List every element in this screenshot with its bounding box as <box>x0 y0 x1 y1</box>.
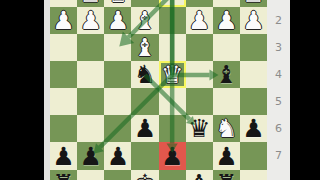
piece-black-pawn[interactable]: ♟ <box>242 115 264 142</box>
square-d5[interactable] <box>159 88 186 115</box>
square-b5[interactable] <box>213 88 240 115</box>
square-b2[interactable]: ♟ <box>213 7 240 34</box>
square-g8[interactable] <box>77 170 104 180</box>
piece-black-queen[interactable]: ♛ <box>188 115 210 142</box>
square-b8[interactable]: ♜ <box>213 170 240 180</box>
piece-black-rook[interactable]: ♜ <box>52 170 74 180</box>
piece-white-bishop[interactable]: ♝ <box>134 34 156 61</box>
square-b7[interactable]: ♟ <box>213 142 240 169</box>
square-a6[interactable]: ♟ <box>240 115 267 142</box>
piece-white-pawn[interactable]: ♟ <box>242 7 264 34</box>
square-d6[interactable] <box>159 115 186 142</box>
rank-label-3: 3 <box>267 34 290 61</box>
square-f3[interactable] <box>104 34 131 61</box>
square-g7[interactable]: ♟ <box>77 142 104 169</box>
piece-white-pawn[interactable]: ♟ <box>52 7 74 34</box>
rank-label-6: 6 <box>267 115 290 142</box>
piece-white-knight[interactable]: ♞ <box>215 115 237 142</box>
square-c6[interactable]: ♛ <box>186 115 213 142</box>
piece-black-pawn[interactable]: ♟ <box>134 115 156 142</box>
piece-white-pawn[interactable]: ♟ <box>80 7 102 34</box>
square-d8[interactable] <box>159 170 186 180</box>
piece-black-pawn[interactable]: ♟ <box>215 143 237 170</box>
square-f2[interactable]: ♟ <box>104 7 131 34</box>
square-b4[interactable]: ♝ <box>213 61 240 88</box>
square-a7[interactable] <box>240 142 267 169</box>
square-a5[interactable] <box>240 88 267 115</box>
square-d1[interactable] <box>159 0 186 7</box>
piece-black-rook[interactable]: ♜ <box>215 170 237 180</box>
square-g3[interactable] <box>77 34 104 61</box>
square-c2[interactable]: ♟ <box>186 7 213 34</box>
square-g5[interactable] <box>77 88 104 115</box>
letterbox-left <box>0 0 44 180</box>
square-e6[interactable]: ♟ <box>131 115 158 142</box>
letterbox-right <box>290 0 320 180</box>
rank-label-4: 4 <box>267 61 290 88</box>
square-h6[interactable] <box>50 115 77 142</box>
square-b3[interactable] <box>213 34 240 61</box>
square-a4[interactable] <box>240 61 267 88</box>
square-h2[interactable]: ♟ <box>50 7 77 34</box>
square-f5[interactable] <box>104 88 131 115</box>
square-d2[interactable] <box>159 7 186 34</box>
square-d7[interactable]: ♟ <box>159 142 186 169</box>
square-f8[interactable] <box>104 170 131 180</box>
square-e7[interactable] <box>131 142 158 169</box>
piece-black-pawn[interactable]: ♟ <box>80 143 102 170</box>
square-h5[interactable] <box>50 88 77 115</box>
square-g4[interactable] <box>77 61 104 88</box>
square-a8[interactable] <box>240 170 267 180</box>
piece-white-pawn[interactable]: ♟ <box>215 7 237 34</box>
piece-black-pawn[interactable]: ♟ <box>107 143 129 170</box>
piece-black-pawn[interactable]: ♟ <box>52 143 74 170</box>
square-c3[interactable] <box>186 34 213 61</box>
piece-white-pawn[interactable]: ♟ <box>107 7 129 34</box>
square-c8[interactable]: ♝ <box>186 170 213 180</box>
rank-coordinate-strip: 2 3 4 5 6 7 <box>267 0 290 180</box>
square-e8[interactable]: ♚ <box>131 170 158 180</box>
square-h7[interactable]: ♟ <box>50 142 77 169</box>
square-a3[interactable] <box>240 34 267 61</box>
piece-white-queen[interactable]: ♛ <box>161 61 183 88</box>
square-d4[interactable]: ♛ <box>159 61 186 88</box>
piece-black-king[interactable]: ♚ <box>134 170 156 180</box>
square-h3[interactable] <box>50 34 77 61</box>
square-c7[interactable] <box>186 142 213 169</box>
rank-label-2: 2 <box>267 7 290 34</box>
square-g2[interactable]: ♟ <box>77 7 104 34</box>
chess-board[interactable]: ♜♚♜♟♟♟♝♟♟♟♝♞♛♝♟♛♞♟♟♟♟♟♟♜♚♝♜ <box>50 0 267 180</box>
piece-black-bishop[interactable]: ♝ <box>188 170 210 180</box>
piece-black-bishop[interactable]: ♝ <box>215 61 237 88</box>
square-e4[interactable]: ♞ <box>131 61 158 88</box>
video-frame: ♜♚♜♟♟♟♝♟♟♟♝♞♛♝♟♛♞♟♟♟♟♟♟♜♚♝♜ 2 3 4 5 6 7 <box>0 0 320 180</box>
square-f6[interactable] <box>104 115 131 142</box>
square-f4[interactable] <box>104 61 131 88</box>
square-a2[interactable]: ♟ <box>240 7 267 34</box>
piece-black-pawn[interactable]: ♟ <box>161 143 183 170</box>
square-b6[interactable]: ♞ <box>213 115 240 142</box>
square-e3[interactable]: ♝ <box>131 34 158 61</box>
square-h8[interactable]: ♜ <box>50 170 77 180</box>
piece-black-knight[interactable]: ♞ <box>134 61 156 88</box>
square-c4[interactable] <box>186 61 213 88</box>
piece-white-pawn[interactable]: ♟ <box>188 7 210 34</box>
square-d3[interactable] <box>159 34 186 61</box>
square-e5[interactable] <box>131 88 158 115</box>
square-c5[interactable] <box>186 88 213 115</box>
square-h4[interactable] <box>50 61 77 88</box>
rank-label-5: 5 <box>267 88 290 115</box>
rank-label-7: 7 <box>267 142 290 169</box>
square-g6[interactable] <box>77 115 104 142</box>
square-f7[interactable]: ♟ <box>104 142 131 169</box>
piece-white-bishop[interactable]: ♝ <box>134 7 156 34</box>
square-e2[interactable]: ♝ <box>131 7 158 34</box>
